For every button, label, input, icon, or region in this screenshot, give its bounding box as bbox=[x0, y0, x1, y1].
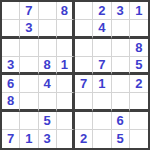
sudoku-cell-r3c3-empty[interactable] bbox=[39, 39, 57, 57]
sudoku-cell-r7c4-empty[interactable] bbox=[57, 112, 75, 130]
sudoku-cell-r2c8-empty[interactable] bbox=[130, 20, 148, 38]
sudoku-cell-r4c6-given: 7 bbox=[93, 57, 111, 75]
sudoku-cell-r6c2-empty[interactable] bbox=[20, 93, 38, 111]
sudoku-cell-r2c1-empty[interactable] bbox=[2, 20, 20, 38]
sudoku-cell-r2c4-empty[interactable] bbox=[57, 20, 75, 38]
sudoku-cell-r6c6-empty[interactable] bbox=[93, 93, 111, 111]
sudoku-cell-r8c2-given: 1 bbox=[20, 130, 38, 148]
sudoku-cell-r4c5-empty[interactable] bbox=[75, 57, 93, 75]
sudoku-cell-r6c7-empty[interactable] bbox=[112, 93, 130, 111]
sudoku-cell-r8c6-empty[interactable] bbox=[93, 130, 111, 148]
sudoku-cell-r8c7-given: 5 bbox=[112, 130, 130, 148]
sudoku-cell-r3c1-empty[interactable] bbox=[2, 39, 20, 57]
sudoku-cell-r6c4-empty[interactable] bbox=[57, 93, 75, 111]
sudoku-cell-r5c7-empty[interactable] bbox=[112, 75, 130, 93]
sudoku-cell-r4c4-given: 1 bbox=[57, 57, 75, 75]
sudoku-cell-r5c3-given: 4 bbox=[39, 75, 57, 93]
sudoku-cell-r3c4-empty[interactable] bbox=[57, 39, 75, 57]
sudoku-cell-r5c2-empty[interactable] bbox=[20, 75, 38, 93]
sudoku-cell-r6c1-given: 8 bbox=[2, 93, 20, 111]
sudoku-cell-r5c5-given: 7 bbox=[75, 75, 93, 93]
sudoku-cell-r2c7-empty[interactable] bbox=[112, 20, 130, 38]
sudoku-cell-r1c6-given: 2 bbox=[93, 2, 111, 20]
sudoku-cell-r3c5-empty[interactable] bbox=[75, 39, 93, 57]
sudoku-cell-r1c3-empty[interactable] bbox=[39, 2, 57, 20]
sudoku-cell-r5c8-given: 2 bbox=[130, 75, 148, 93]
sudoku-cell-r5c1-given: 6 bbox=[2, 75, 20, 93]
sudoku-cell-r5c6-given: 1 bbox=[93, 75, 111, 93]
sudoku-cell-r3c6-empty[interactable] bbox=[93, 39, 111, 57]
sudoku-cell-r8c1-given: 7 bbox=[2, 130, 20, 148]
sudoku-cell-r7c2-empty[interactable] bbox=[20, 112, 38, 130]
sudoku-cell-r7c1-empty[interactable] bbox=[2, 112, 20, 130]
sudoku-cell-r3c2-empty[interactable] bbox=[20, 39, 38, 57]
sudoku-board: 78231348381756471285671325 bbox=[0, 0, 150, 150]
sudoku-cell-r1c1-empty[interactable] bbox=[2, 2, 20, 20]
sudoku-cell-r6c3-empty[interactable] bbox=[39, 93, 57, 111]
sudoku-cell-r7c8-empty[interactable] bbox=[130, 112, 148, 130]
sudoku-cell-r4c1-given: 3 bbox=[2, 57, 20, 75]
sudoku-cell-r4c3-given: 8 bbox=[39, 57, 57, 75]
sudoku-cell-r8c5-given: 2 bbox=[75, 130, 93, 148]
sudoku-cell-r6c5-empty[interactable] bbox=[75, 93, 93, 111]
sudoku-cell-r1c7-given: 3 bbox=[112, 2, 130, 20]
sudoku-cell-r2c3-empty[interactable] bbox=[39, 20, 57, 38]
sudoku-cell-r1c8-given: 1 bbox=[130, 2, 148, 20]
sudoku-cell-r7c6-empty[interactable] bbox=[93, 112, 111, 130]
sudoku-cell-r2c2-given: 3 bbox=[20, 20, 38, 38]
sudoku-cell-r1c2-given: 7 bbox=[20, 2, 38, 20]
sudoku-cell-r8c3-given: 3 bbox=[39, 130, 57, 148]
sudoku-cell-r4c2-empty[interactable] bbox=[20, 57, 38, 75]
sudoku-cell-r8c4-empty[interactable] bbox=[57, 130, 75, 148]
sudoku-cell-r3c8-given: 8 bbox=[130, 39, 148, 57]
sudoku-cell-r7c3-given: 5 bbox=[39, 112, 57, 130]
sudoku-cell-r4c8-given: 5 bbox=[130, 57, 148, 75]
sudoku-cell-r6c8-empty[interactable] bbox=[130, 93, 148, 111]
sudoku-cell-r7c5-empty[interactable] bbox=[75, 112, 93, 130]
sudoku-cell-r5c4-empty[interactable] bbox=[57, 75, 75, 93]
sudoku-cell-r4c7-empty[interactable] bbox=[112, 57, 130, 75]
sudoku-cell-r1c4-given: 8 bbox=[57, 2, 75, 20]
sudoku-cell-r1c5-empty[interactable] bbox=[75, 2, 93, 20]
sudoku-cell-r2c6-given: 4 bbox=[93, 20, 111, 38]
sudoku-cell-r8c8-empty[interactable] bbox=[130, 130, 148, 148]
sudoku-cell-r3c7-empty[interactable] bbox=[112, 39, 130, 57]
sudoku-cell-r7c7-given: 6 bbox=[112, 112, 130, 130]
sudoku-cell-r2c5-empty[interactable] bbox=[75, 20, 93, 38]
